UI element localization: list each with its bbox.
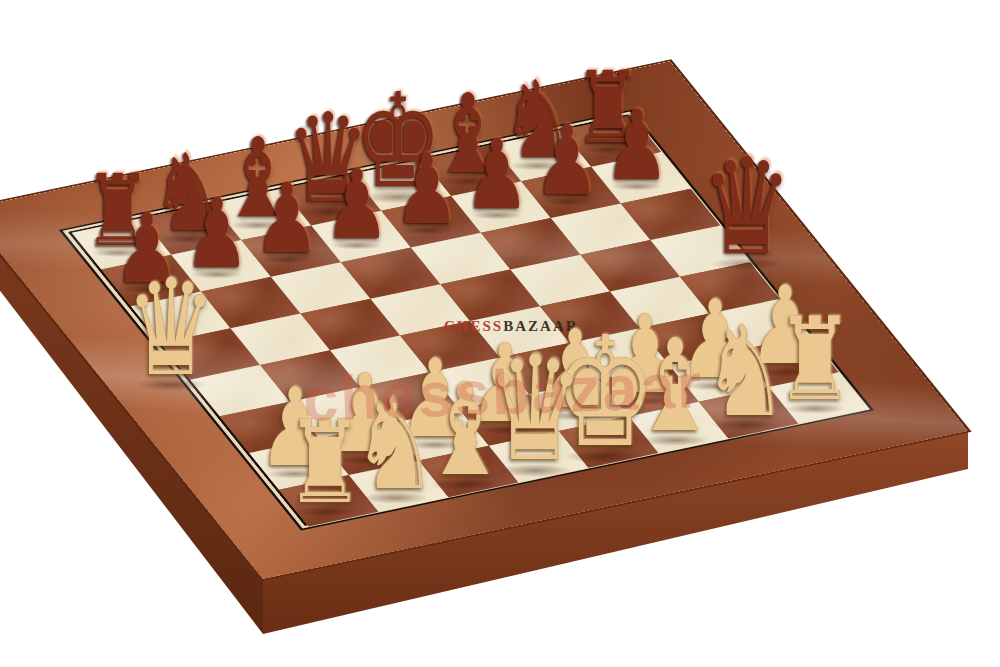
pieces-layer: ♜♞♝♛♚♝♞♜♟♟♟♟♟♟♟♟♟♟♟♟♟♟♟♟♜♞♝♛♚♝♞♜♛♛ [0, 0, 1000, 667]
piece-light-queen-left-border: ♛ [125, 261, 217, 394]
piece-dark-pawn-e7: ♟ [394, 141, 460, 238]
piece-dark-queen-right-border: ♛ [702, 140, 794, 273]
piece-dark-pawn-d7: ♟ [324, 156, 390, 253]
chess-set-product-photo: CHESSBAZAAR ♜♞♝♛♚♝♞♜♟♟♟♟♟♟♟♟♟♟♟♟♟♟♟♟♜♞♝♛… [0, 0, 1000, 667]
piece-dark-pawn-h7: ♟ [604, 97, 670, 194]
piece-dark-pawn-g7: ♟ [534, 112, 600, 209]
watermark-large: chessbazaar [302, 349, 705, 435]
piece-dark-pawn-f7: ♟ [464, 127, 530, 224]
piece-dark-pawn-c7: ♟ [254, 171, 320, 268]
